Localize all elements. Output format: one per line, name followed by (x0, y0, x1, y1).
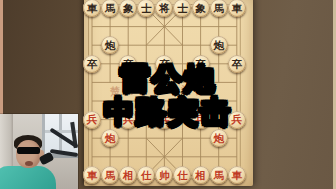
piece-red-elephant[interactable]: 相 (192, 166, 210, 184)
piece-red-chariot[interactable]: 車 (83, 166, 101, 184)
webcam-overlay (0, 114, 78, 189)
piece-red-chariot[interactable]: 車 (228, 166, 246, 184)
piece-black-advisor[interactable]: 士 (173, 0, 191, 17)
piece-red-cannon[interactable]: 炮 (101, 129, 119, 147)
piece-black-chariot[interactable]: 車 (228, 0, 246, 17)
title-line-1: 雷公炮 (64, 62, 272, 95)
title-line-2: 中路突击 (64, 95, 272, 128)
piece-red-elephant[interactable]: 相 (119, 166, 137, 184)
piece-black-advisor[interactable]: 士 (137, 0, 155, 17)
piece-red-horse[interactable]: 馬 (101, 166, 119, 184)
piece-black-chariot[interactable]: 車 (83, 0, 101, 17)
sunglasses-icon (17, 147, 40, 154)
piece-black-horse[interactable]: 馬 (210, 0, 228, 17)
piece-black-cannon[interactable]: 炮 (210, 36, 228, 54)
piece-red-advisor[interactable]: 仕 (137, 166, 155, 184)
person-mouth (25, 161, 33, 166)
piece-black-horse[interactable]: 馬 (101, 0, 119, 17)
piece-red-general[interactable]: 帅 (155, 166, 173, 184)
title-overlay: 雷公炮 中路突击 (64, 62, 272, 128)
person-shirt (0, 166, 56, 189)
piece-red-horse[interactable]: 馬 (210, 166, 228, 184)
piece-red-advisor[interactable]: 仕 (173, 166, 191, 184)
piece-black-cannon[interactable]: 炮 (101, 36, 119, 54)
piece-red-cannon[interactable]: 炮 (210, 129, 228, 147)
piece-black-elephant[interactable]: 象 (119, 0, 137, 17)
piece-black-elephant[interactable]: 象 (192, 0, 210, 17)
piece-black-general[interactable]: 将 (155, 0, 173, 17)
video-frame: 楚河 汉界 車馬象士将士象馬車炮炮卒卒卒卒卒兵兵兵兵兵炮炮車馬相仕帅仕相馬車 雷… (0, 0, 336, 189)
